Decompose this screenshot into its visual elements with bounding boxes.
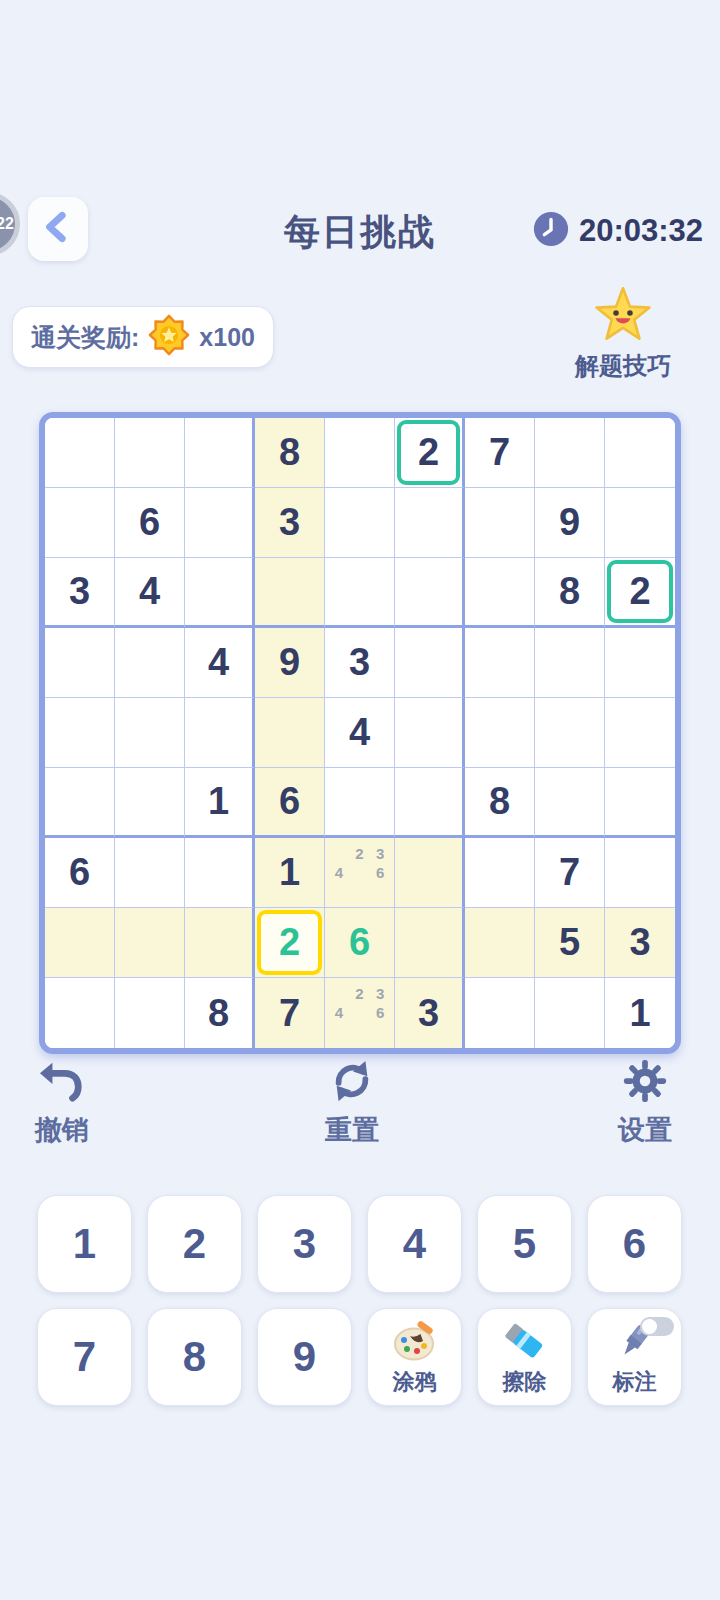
- cell-r8c7[interactable]: [465, 908, 535, 978]
- reset-button[interactable]: 重置: [304, 1058, 400, 1148]
- digit-label: 9: [293, 1333, 316, 1381]
- note-button[interactable]: 标注: [587, 1308, 682, 1406]
- cell-r6c5[interactable]: [325, 768, 395, 838]
- cell-r4c1[interactable]: [45, 628, 115, 698]
- cell-r3c7[interactable]: [465, 558, 535, 628]
- cell-digit: 5: [559, 921, 580, 964]
- timer: 20:03:32: [532, 210, 703, 252]
- undo-icon: [39, 1090, 85, 1107]
- digit-button-5[interactable]: 5: [477, 1195, 572, 1293]
- cell-r4c4[interactable]: 9: [255, 628, 325, 698]
- cell-digit: 6: [279, 780, 300, 823]
- cell-r1c2[interactable]: [115, 418, 185, 488]
- cell-digit: 1: [279, 851, 300, 894]
- cell-r6c7[interactable]: 8: [465, 768, 535, 838]
- cell-digit: 4: [349, 711, 370, 754]
- cell-digit: 3: [279, 501, 300, 544]
- digit-label: 5: [513, 1220, 536, 1268]
- cell-r4c5[interactable]: 3: [325, 628, 395, 698]
- cell-digit: 7: [279, 992, 300, 1035]
- cell-r6c6[interactable]: [395, 768, 465, 838]
- star-face-icon: [592, 330, 654, 347]
- cell-r8c2[interactable]: [115, 908, 185, 978]
- digit-label: 8: [183, 1333, 206, 1381]
- cell-r1c6[interactable]: 2: [395, 418, 465, 488]
- reward-label: 通关奖励:: [31, 321, 139, 354]
- cell-r1c8[interactable]: [535, 418, 605, 488]
- cell-digit: 4: [139, 570, 160, 613]
- cell-digit: 3: [418, 992, 439, 1035]
- cell-r6c2[interactable]: [115, 768, 185, 838]
- note-label: 标注: [613, 1367, 657, 1397]
- digit-button-4[interactable]: 4: [367, 1195, 462, 1293]
- cell-r7c3[interactable]: [185, 838, 255, 908]
- digit-button-8[interactable]: 8: [147, 1308, 242, 1406]
- cell-r4c3[interactable]: 4: [185, 628, 255, 698]
- cell-r8c9[interactable]: 3: [605, 908, 675, 978]
- cell-digit: 7: [559, 851, 580, 894]
- digit-label: 7: [73, 1333, 96, 1381]
- undo-label: 撤销: [14, 1112, 110, 1148]
- cell-r7c2[interactable]: [115, 838, 185, 908]
- cell-r4c8[interactable]: [535, 628, 605, 698]
- digit-button-6[interactable]: 6: [587, 1195, 682, 1293]
- cell-r5c3[interactable]: [185, 698, 255, 768]
- digit-label: 1: [73, 1220, 96, 1268]
- cell-r3c5[interactable]: [325, 558, 395, 628]
- cell-r3c6[interactable]: [395, 558, 465, 628]
- cell-r2c9[interactable]: [605, 488, 675, 558]
- cell-digit: 3: [349, 641, 370, 684]
- erase-button[interactable]: 擦除: [477, 1308, 572, 1406]
- palette-icon: [391, 1317, 439, 1369]
- cell-r8c8[interactable]: 5: [535, 908, 605, 978]
- cell-r6c9[interactable]: [605, 768, 675, 838]
- clock-icon: [532, 210, 570, 252]
- cell-r5c4[interactable]: [255, 698, 325, 768]
- digit-label: 2: [183, 1220, 206, 1268]
- cell-r3c9[interactable]: 2: [605, 558, 675, 628]
- doodle-button[interactable]: 涂鸦: [367, 1308, 462, 1406]
- cell-r2c5[interactable]: [325, 488, 395, 558]
- cell-r1c5[interactable]: [325, 418, 395, 488]
- cell-r1c9[interactable]: [605, 418, 675, 488]
- cell-r4c7[interactable]: [465, 628, 535, 698]
- cell-r5c7[interactable]: [465, 698, 535, 768]
- cell-digit: 2: [418, 431, 439, 474]
- reward-pill: 通关奖励: x100: [12, 306, 274, 368]
- pencil-notes: 2346: [329, 984, 391, 1042]
- cell-r4c6[interactable]: [395, 628, 465, 698]
- cell-r7c8[interactable]: 7: [535, 838, 605, 908]
- cell-digit: 6: [139, 501, 160, 544]
- digit-button-3[interactable]: 3: [257, 1195, 352, 1293]
- cell-r8c5[interactable]: 6: [325, 908, 395, 978]
- cell-digit: 7: [489, 431, 510, 474]
- note-digit: 4: [329, 1003, 350, 1022]
- cell-r2c2[interactable]: 6: [115, 488, 185, 558]
- digit-button-1[interactable]: 1: [37, 1195, 132, 1293]
- cell-digit: 9: [279, 641, 300, 684]
- cell-r1c1[interactable]: [45, 418, 115, 488]
- erase-label: 擦除: [503, 1367, 547, 1397]
- cell-digit: 3: [69, 570, 90, 613]
- cell-r9c4[interactable]: 7: [255, 978, 325, 1048]
- cell-r7c9[interactable]: [605, 838, 675, 908]
- cell-r7c6[interactable]: [395, 838, 465, 908]
- cell-r3c3[interactable]: [185, 558, 255, 628]
- cell-digit: 2: [629, 570, 650, 613]
- cell-r3c4[interactable]: [255, 558, 325, 628]
- cell-r2c7[interactable]: [465, 488, 535, 558]
- cell-r1c4[interactable]: 8: [255, 418, 325, 488]
- cell-digit: 6: [69, 851, 90, 894]
- sudoku-app-screen: 22 每日挑战 20:03:32 通关奖励: x100: [0, 0, 720, 1600]
- cell-r5c8[interactable]: [535, 698, 605, 768]
- cell-r7c1[interactable]: 6: [45, 838, 115, 908]
- note-digit: 2: [349, 844, 370, 863]
- cell-r9c9[interactable]: 1: [605, 978, 675, 1048]
- cell-digit: 8: [208, 992, 229, 1035]
- cell-digit: 2: [279, 921, 300, 964]
- cell-r6c3[interactable]: 1: [185, 768, 255, 838]
- undo-button[interactable]: 撤销: [14, 1058, 110, 1148]
- cell-r5c6[interactable]: [395, 698, 465, 768]
- cell-r9c6[interactable]: 3: [395, 978, 465, 1048]
- reset-label: 重置: [304, 1112, 400, 1148]
- cell-digit: 8: [489, 780, 510, 823]
- cell-r9c7[interactable]: [465, 978, 535, 1048]
- cell-r9c1[interactable]: [45, 978, 115, 1048]
- digit-button-9[interactable]: 9: [257, 1308, 352, 1406]
- cell-digit: 6: [349, 921, 370, 964]
- cell-r8c3[interactable]: [185, 908, 255, 978]
- reward-count: x100: [199, 323, 255, 352]
- medal-icon: [146, 312, 192, 362]
- doodle-label: 涂鸦: [393, 1367, 437, 1397]
- cell-r2c6[interactable]: [395, 488, 465, 558]
- gear-icon: [622, 1090, 668, 1107]
- numpad-row-2: 7 8 9 涂鸦: [37, 1308, 682, 1406]
- cell-r2c8[interactable]: 9: [535, 488, 605, 558]
- cell-r2c3[interactable]: [185, 488, 255, 558]
- note-digit: 6: [370, 863, 391, 882]
- cell-digit: 3: [629, 921, 650, 964]
- cell-r7c4[interactable]: 1: [255, 838, 325, 908]
- cell-r4c2[interactable]: [115, 628, 185, 698]
- sudoku-board: 827639348249341686123467265387234631: [39, 412, 681, 1054]
- pencil-notes: 2346: [329, 844, 391, 902]
- cell-digit: 4: [208, 641, 229, 684]
- cell-digit: 1: [629, 992, 650, 1035]
- cell-r8c1[interactable]: [45, 908, 115, 978]
- settings-button[interactable]: 设置: [597, 1058, 693, 1148]
- timer-value: 20:03:32: [579, 213, 703, 249]
- cell-r6c1[interactable]: [45, 768, 115, 838]
- cell-r7c7[interactable]: [465, 838, 535, 908]
- digit-label: 4: [403, 1220, 426, 1268]
- cell-digit: 9: [559, 501, 580, 544]
- cell-r5c2[interactable]: [115, 698, 185, 768]
- numpad-row-1: 1 2 3 4 5 6: [37, 1195, 682, 1293]
- cell-r9c8[interactable]: [535, 978, 605, 1048]
- note-digit: 3: [370, 984, 391, 1003]
- cell-r2c4[interactable]: 3: [255, 488, 325, 558]
- cell-r5c5[interactable]: 4: [325, 698, 395, 768]
- digit-button-7[interactable]: 7: [37, 1308, 132, 1406]
- cell-digit: 8: [559, 570, 580, 613]
- cell-r9c5[interactable]: 2346: [325, 978, 395, 1048]
- cell-r9c2[interactable]: [115, 978, 185, 1048]
- cell-digit: 1: [208, 780, 229, 823]
- reset-icon: [329, 1090, 375, 1107]
- note-digit: 4: [329, 863, 350, 882]
- cell-r1c3[interactable]: [185, 418, 255, 488]
- cell-r6c8[interactable]: [535, 768, 605, 838]
- cell-r4c9[interactable]: [605, 628, 675, 698]
- cell-r6c4[interactable]: 6: [255, 768, 325, 838]
- cell-r8c4[interactable]: 2: [255, 908, 325, 978]
- digit-button-2[interactable]: 2: [147, 1195, 242, 1293]
- note-toggle[interactable]: [640, 1317, 674, 1336]
- cell-r2c1[interactable]: [45, 488, 115, 558]
- eraser-icon: [501, 1317, 549, 1369]
- note-digit: 6: [370, 1003, 391, 1022]
- cell-r3c2[interactable]: 4: [115, 558, 185, 628]
- note-digit: 3: [370, 844, 391, 863]
- tips-button[interactable]: 解题技巧: [575, 284, 671, 382]
- cell-r5c9[interactable]: [605, 698, 675, 768]
- digit-label: 6: [623, 1220, 646, 1268]
- cell-r3c8[interactable]: 8: [535, 558, 605, 628]
- digit-label: 3: [293, 1220, 316, 1268]
- cell-r7c5[interactable]: 2346: [325, 838, 395, 908]
- cell-r3c1[interactable]: 3: [45, 558, 115, 628]
- cell-digit: 8: [279, 431, 300, 474]
- cell-r5c1[interactable]: [45, 698, 115, 768]
- tips-label: 解题技巧: [575, 350, 671, 382]
- cell-r9c3[interactable]: 8: [185, 978, 255, 1048]
- note-digit: 2: [349, 984, 370, 1003]
- cell-r1c7[interactable]: 7: [465, 418, 535, 488]
- settings-label: 设置: [597, 1112, 693, 1148]
- cell-r8c6[interactable]: [395, 908, 465, 978]
